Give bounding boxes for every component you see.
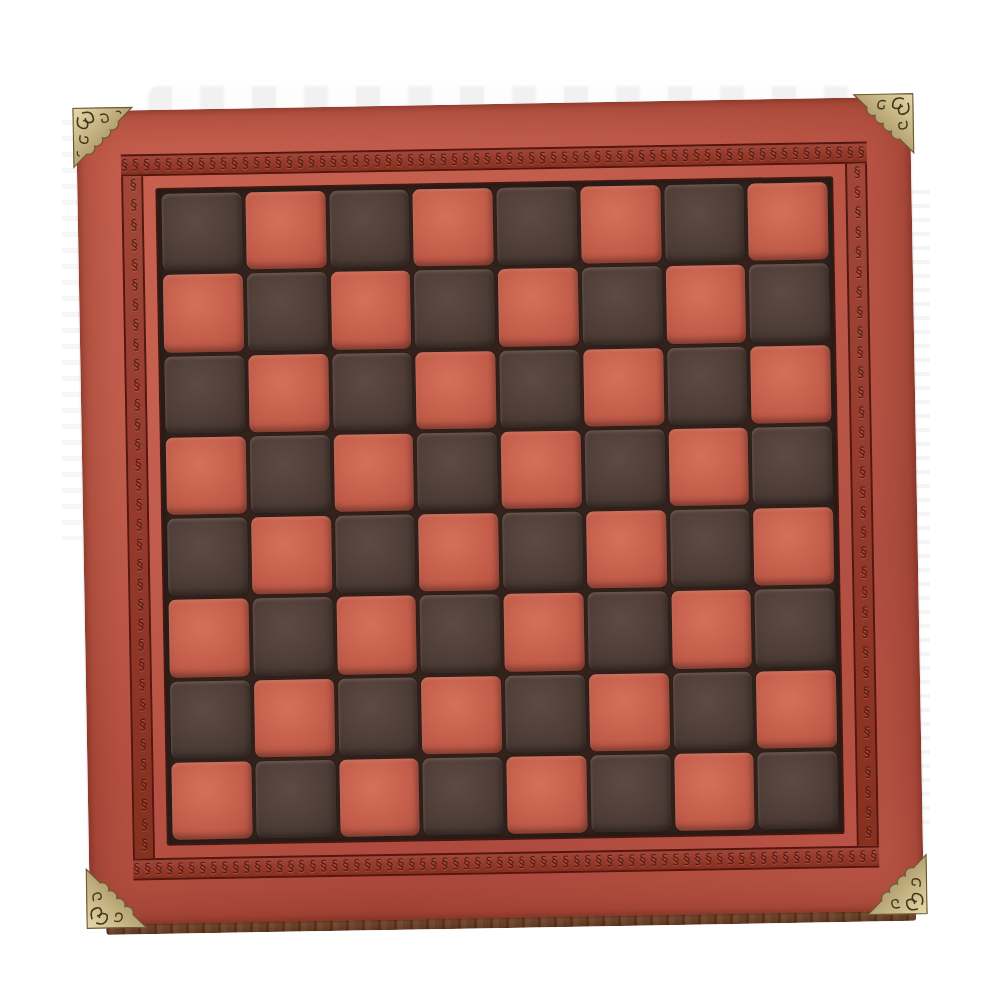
square-d5[interactable] <box>417 432 498 511</box>
square-c8[interactable] <box>329 190 410 269</box>
square-b7[interactable] <box>247 272 328 351</box>
square-g8[interactable] <box>664 184 745 263</box>
square-e1[interactable] <box>506 755 587 834</box>
square-f1[interactable] <box>590 754 671 833</box>
square-g6[interactable] <box>667 346 748 425</box>
square-f2[interactable] <box>589 673 670 752</box>
square-a3[interactable] <box>169 599 250 678</box>
square-a2[interactable] <box>170 680 251 759</box>
square-e6[interactable] <box>499 349 580 428</box>
square-h1[interactable] <box>758 751 839 830</box>
square-a1[interactable] <box>171 761 252 840</box>
square-b1[interactable] <box>255 760 336 839</box>
square-h2[interactable] <box>756 670 837 749</box>
square-h5[interactable] <box>752 426 833 505</box>
square-b5[interactable] <box>249 435 330 514</box>
chess-board: §§§§§§§§§§§§§§§§§§§§§§§§§§§§§§§§§§§§§§§§… <box>76 97 924 925</box>
square-c4[interactable] <box>335 514 416 593</box>
square-g2[interactable] <box>672 671 753 750</box>
brass-corner-icon <box>865 853 928 916</box>
square-h7[interactable] <box>749 263 830 342</box>
square-f4[interactable] <box>586 510 667 589</box>
square-e5[interactable] <box>501 430 582 509</box>
square-d6[interactable] <box>415 351 496 430</box>
square-f7[interactable] <box>582 266 663 345</box>
square-f3[interactable] <box>587 591 668 670</box>
square-a6[interactable] <box>164 355 245 434</box>
square-b6[interactable] <box>248 353 329 432</box>
square-h4[interactable] <box>753 507 834 586</box>
square-e7[interactable] <box>498 268 579 347</box>
square-g1[interactable] <box>674 752 755 831</box>
square-a7[interactable] <box>163 274 244 353</box>
square-e2[interactable] <box>505 674 586 753</box>
square-d7[interactable] <box>414 269 495 348</box>
square-g5[interactable] <box>668 427 749 506</box>
square-b4[interactable] <box>251 516 332 595</box>
square-a8[interactable] <box>161 192 242 271</box>
square-d4[interactable] <box>418 513 499 592</box>
square-c3[interactable] <box>336 596 417 675</box>
square-d8[interactable] <box>413 188 494 267</box>
square-h3[interactable] <box>755 588 836 667</box>
square-h6[interactable] <box>750 345 831 424</box>
brass-corner-icon <box>72 106 135 169</box>
square-c1[interactable] <box>339 758 420 837</box>
square-d2[interactable] <box>421 676 502 755</box>
square-f5[interactable] <box>584 429 665 508</box>
square-b2[interactable] <box>254 678 335 757</box>
square-h8[interactable] <box>748 182 829 261</box>
square-e8[interactable] <box>496 187 577 266</box>
square-c5[interactable] <box>333 433 414 512</box>
product-photo: §§§§§§§§§§§§§§§§§§§§§§§§§§§§§§§§§§§§§§§§… <box>0 0 1000 1000</box>
square-g3[interactable] <box>671 590 752 669</box>
brass-corner-icon <box>852 93 915 156</box>
square-b3[interactable] <box>252 597 333 676</box>
square-b8[interactable] <box>245 191 326 270</box>
square-g4[interactable] <box>670 509 751 588</box>
square-e4[interactable] <box>502 512 583 591</box>
square-d3[interactable] <box>420 594 501 673</box>
square-g7[interactable] <box>665 265 746 344</box>
square-a4[interactable] <box>167 517 248 596</box>
square-e3[interactable] <box>503 593 584 672</box>
square-c2[interactable] <box>337 677 418 756</box>
square-f8[interactable] <box>580 185 661 264</box>
board-squares-grid <box>155 176 844 846</box>
square-f6[interactable] <box>583 348 664 427</box>
brass-corner-icon <box>85 866 148 929</box>
square-a5[interactable] <box>166 436 247 515</box>
square-c6[interactable] <box>332 352 413 431</box>
square-d1[interactable] <box>423 757 504 836</box>
square-c7[interactable] <box>330 271 411 350</box>
